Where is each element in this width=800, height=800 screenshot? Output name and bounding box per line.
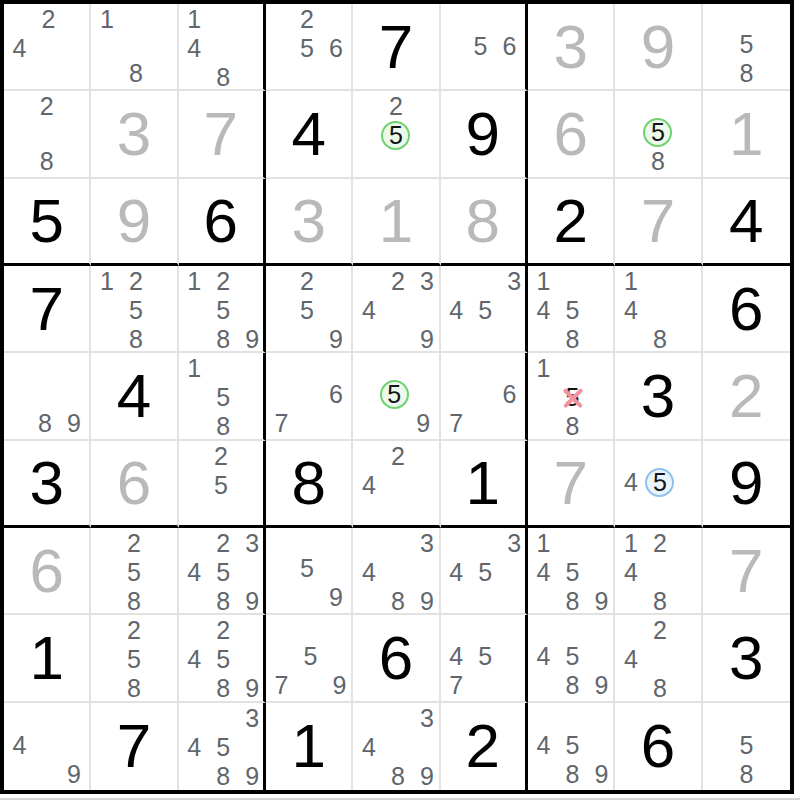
cell-r8c6[interactable]: 457: [441, 615, 528, 702]
candidate-8[interactable]: 8: [209, 63, 238, 92]
candidate-9[interactable]: 9: [238, 587, 267, 616]
candidate-slot-8: 8: [119, 674, 148, 703]
candidate-8[interactable]: 8: [643, 147, 672, 176]
candidate-slot-8: [34, 63, 63, 88]
candidate-slot-9: 9: [412, 325, 441, 354]
cell-r3c6[interactable]: 8: [441, 179, 528, 266]
cell-r7c5[interactable]: 3489: [353, 528, 440, 615]
candidate-1[interactable]: 1: [616, 267, 645, 296]
candidate-slot-2: 2: [206, 442, 235, 471]
candidate-1[interactable]: 1: [529, 529, 558, 558]
cell-r1c1[interactable]: 24: [4, 4, 91, 91]
candidate-grid: 12589: [180, 267, 262, 350]
solved-digit: 3: [117, 103, 151, 165]
candidate-5-green[interactable]: 5: [643, 118, 672, 147]
cell-r9c1[interactable]: 49: [4, 703, 91, 790]
cell-r2c3[interactable]: 7: [179, 91, 266, 178]
cell-r1c4[interactable]: 256: [266, 4, 353, 91]
candidate-slot-7: 7: [267, 409, 296, 438]
candidate-4[interactable]: 4: [180, 733, 209, 762]
candidate-slot-8: [292, 325, 321, 354]
candidate-slot-2: [292, 529, 321, 554]
candidate-slot-9: 9: [238, 762, 267, 791]
cell-r5c2[interactable]: 4: [91, 353, 178, 440]
candidate-8[interactable]: 8: [645, 325, 674, 354]
candidate-4[interactable]: 4: [616, 296, 645, 325]
candidate-slot-5: 5: [292, 554, 321, 583]
candidate-slot-5: 5: [292, 34, 321, 63]
cell-r5c8[interactable]: 3: [615, 353, 702, 440]
candidate-slot-2: [643, 92, 672, 117]
cell-r1c2[interactable]: 18: [91, 4, 178, 91]
cell-r7c4[interactable]: 59: [266, 528, 353, 615]
candidate-1[interactable]: 1: [92, 267, 121, 296]
candidate-4[interactable]: 4: [529, 296, 558, 325]
candidate-2[interactable]: 2: [119, 616, 148, 645]
candidate-5-blue[interactable]: 5: [645, 468, 674, 497]
candidate-5[interactable]: 5: [292, 34, 321, 63]
cell-r6c3[interactable]: 25: [179, 441, 266, 528]
candidate-2[interactable]: 2: [645, 529, 674, 558]
cell-r5c4[interactable]: 67: [266, 353, 353, 440]
candidate-5-green[interactable]: 5: [380, 380, 409, 409]
candidate-9[interactable]: 9: [587, 760, 616, 789]
cell-r4c2[interactable]: 1258: [91, 266, 178, 353]
candidate-slot-7: [354, 587, 383, 616]
candidate-6[interactable]: 6: [495, 32, 524, 61]
candidate-1[interactable]: 1: [92, 5, 121, 34]
cell-r3c9[interactable]: 4: [703, 179, 790, 266]
candidate-8[interactable]: 8: [383, 587, 412, 616]
candidate-1[interactable]: 1: [180, 267, 209, 296]
candidate-8[interactable]: 8: [209, 674, 238, 703]
cell-r8c4[interactable]: 579: [266, 615, 353, 702]
cell-r6c7[interactable]: 7: [528, 441, 615, 528]
candidate-5[interactable]: 5: [558, 558, 587, 587]
candidate-slot-3: [150, 267, 175, 296]
candidate-1[interactable]: 1: [529, 354, 558, 383]
candidate-slot-4: [180, 296, 209, 325]
candidate-slot-6: [674, 296, 699, 325]
cell-r6c4[interactable]: 8: [266, 441, 353, 528]
cell-r6c2[interactable]: 6: [91, 441, 178, 528]
candidate-5[interactable]: 5: [209, 733, 238, 762]
candidate-8[interactable]: 8: [121, 325, 150, 354]
given-digit: 3: [641, 365, 675, 427]
candidate-4[interactable]: 4: [354, 471, 383, 500]
candidate-8[interactable]: 8: [383, 762, 412, 791]
cell-r4c9[interactable]: 6: [703, 266, 790, 353]
candidate-slot-4: 4: [616, 558, 645, 587]
cell-r2c8[interactable]: 58: [615, 91, 702, 178]
candidate-1[interactable]: 1: [180, 354, 209, 383]
candidate-5[interactable]: 5: [206, 471, 235, 500]
candidate-grid: 3489: [354, 529, 437, 612]
candidate-slot-9: 9: [587, 671, 616, 700]
candidate-3[interactable]: 3: [412, 529, 441, 558]
candidate-slot-3: [587, 267, 612, 296]
candidate-2[interactable]: 2: [121, 267, 150, 296]
cell-r9c6[interactable]: 2: [441, 703, 528, 790]
candidate-2[interactable]: 2: [292, 267, 321, 296]
candidate-3[interactable]: 3: [238, 704, 267, 733]
candidate-5[interactable]: 5: [471, 558, 500, 587]
cell-r5c7[interactable]: 158: [528, 353, 615, 440]
candidate-4[interactable]: 4: [616, 645, 645, 674]
candidate-4[interactable]: 4: [354, 733, 383, 762]
candidate-9[interactable]: 9: [321, 583, 350, 612]
candidate-4[interactable]: 4: [5, 34, 34, 63]
cell-r6c6[interactable]: 1: [441, 441, 528, 528]
candidate-slot-7: [92, 587, 119, 616]
candidate-grid: 259: [267, 267, 350, 350]
candidate-9[interactable]: 9: [587, 587, 616, 616]
candidate-9[interactable]: 9: [409, 409, 438, 438]
candidate-9[interactable]: 9: [59, 409, 88, 438]
candidate-8[interactable]: 8: [209, 412, 238, 441]
candidate-slot-2: [558, 354, 587, 383]
candidate-8[interactable]: 8: [32, 147, 61, 176]
cell-r6c9[interactable]: 9: [703, 441, 790, 528]
candidate-slot-1: [442, 529, 471, 558]
candidate-5[interactable]: 5: [732, 731, 761, 760]
cell-r7c2[interactable]: 258: [91, 528, 178, 615]
candidate-9[interactable]: 9: [238, 674, 267, 703]
candidate-9[interactable]: 9: [412, 325, 441, 354]
candidate-slot-9: [672, 147, 699, 176]
candidate-slot-6: [500, 296, 529, 325]
candidate-2[interactable]: 2: [34, 5, 63, 34]
candidate-2[interactable]: 2: [381, 92, 410, 121]
solved-digit: 9: [117, 190, 151, 252]
candidate-9[interactable]: 9: [587, 671, 616, 700]
candidate-2[interactable]: 2: [383, 267, 412, 296]
candidate-8[interactable]: 8: [558, 671, 587, 700]
candidate-slot-9: 9: [587, 760, 616, 789]
cell-r8c5[interactable]: 6: [353, 615, 440, 702]
cell-r8c1[interactable]: 1: [4, 615, 91, 702]
cell-r2c4[interactable]: 4: [266, 91, 353, 178]
candidate-4[interactable]: 4: [529, 558, 558, 587]
candidate-4[interactable]: 4: [529, 642, 558, 671]
candidate-3[interactable]: 3: [500, 267, 529, 296]
cell-r4c3[interactable]: 12589: [179, 266, 266, 353]
candidate-slot-3: [321, 5, 350, 34]
candidate-slot-5: [296, 380, 321, 409]
cell-r4c5[interactable]: 2349: [353, 266, 440, 353]
cell-r1c5[interactable]: 7: [353, 4, 440, 91]
candidate-4[interactable]: 4: [442, 642, 471, 671]
candidate-3[interactable]: 3: [238, 529, 267, 558]
candidate-8[interactable]: 8: [209, 325, 238, 354]
candidate-4[interactable]: 4: [442, 296, 471, 325]
candidate-8[interactable]: 8: [209, 587, 238, 616]
cell-r1c3[interactable]: 148: [179, 4, 266, 91]
cell-r5c1[interactable]: 89: [4, 353, 91, 440]
cell-r7c3[interactable]: 234589: [179, 528, 266, 615]
candidate-grid: 45: [616, 442, 699, 524]
cell-r2c7[interactable]: 6: [528, 91, 615, 178]
cell-r2c5[interactable]: 25: [353, 91, 440, 178]
candidate-5[interactable]: 5: [209, 558, 238, 587]
candidate-5[interactable]: 5: [119, 558, 148, 587]
cell-r1c9[interactable]: 58: [703, 4, 790, 91]
cell-r8c8[interactable]: 248: [615, 615, 702, 702]
candidate-slot-4: 4: [180, 733, 209, 762]
candidate-slot-7: [442, 587, 471, 612]
candidate-slot-2: [121, 5, 150, 34]
candidate-2[interactable]: 2: [119, 529, 148, 558]
cell-r9c4[interactable]: 1: [266, 703, 353, 790]
candidate-3[interactable]: 3: [500, 529, 529, 558]
candidate-grid: 148: [616, 267, 699, 350]
candidate-9[interactable]: 9: [321, 325, 350, 354]
cell-r7c6[interactable]: 345: [441, 528, 528, 615]
candidate-4[interactable]: 4: [616, 468, 645, 497]
cell-r3c7[interactable]: 2: [528, 179, 615, 266]
candidate-5-green[interactable]: 5: [381, 121, 410, 150]
cell-r9c7[interactable]: 4589: [528, 703, 615, 790]
candidate-slot-3: [321, 529, 350, 554]
cell-r4c1[interactable]: 7: [4, 266, 91, 353]
candidate-5[interactable]: 5: [119, 645, 148, 674]
candidate-1[interactable]: 1: [529, 267, 558, 296]
cell-r9c3[interactable]: 34589: [179, 703, 266, 790]
cell-r4c4[interactable]: 259: [266, 266, 353, 353]
cell-r9c9[interactable]: 58: [703, 703, 790, 790]
cell-r8c9[interactable]: 3: [703, 615, 790, 702]
candidate-3[interactable]: 3: [412, 267, 441, 296]
candidate-2[interactable]: 2: [209, 616, 238, 645]
candidate-slot-1: [354, 354, 379, 379]
candidate-1[interactable]: 1: [616, 529, 645, 558]
candidate-5[interactable]: 5: [558, 642, 587, 671]
candidate-slot-2: [34, 704, 59, 731]
candidate-slot-2: 2: [32, 92, 61, 121]
solved-digit: 6: [117, 452, 151, 514]
candidate-2[interactable]: 2: [645, 616, 674, 645]
cell-r9c5[interactable]: 3489: [353, 703, 440, 790]
cell-r7c8[interactable]: 1248: [615, 528, 702, 615]
candidate-5[interactable]: 5: [466, 32, 495, 61]
candidate-5[interactable]: 5: [209, 645, 238, 674]
candidate-8[interactable]: 8: [30, 409, 59, 438]
given-digit: 3: [729, 627, 763, 689]
candidate-3[interactable]: 3: [412, 704, 441, 733]
candidate-5[interactable]: 5: [209, 383, 238, 412]
candidate-slot-2: 2: [121, 267, 150, 296]
candidate-slot-6: [410, 121, 437, 150]
candidate-7[interactable]: 7: [267, 671, 296, 700]
candidate-slot-2: [732, 5, 761, 30]
cell-r7c7[interactable]: 14589: [528, 528, 615, 615]
cell-r3c8[interactable]: 7: [615, 179, 702, 266]
cell-r1c6[interactable]: 56: [441, 4, 528, 91]
candidate-2[interactable]: 2: [209, 529, 238, 558]
candidate-slot-6: [674, 468, 699, 497]
candidate-8[interactable]: 8: [119, 587, 148, 616]
candidate-grid: 1248: [616, 529, 699, 612]
candidate-2[interactable]: 2: [292, 5, 321, 34]
candidate-8[interactable]: 8: [209, 762, 238, 791]
cell-r4c6[interactable]: 345: [441, 266, 528, 353]
candidate-slot-5: [30, 381, 59, 408]
candidate-5[interactable]: 5: [558, 731, 587, 760]
candidate-1[interactable]: 1: [180, 5, 209, 34]
candidate-slot-6: [500, 558, 529, 587]
cell-r2c1[interactable]: 28: [4, 91, 91, 178]
candidate-slot-2: [558, 529, 587, 558]
candidate-grid: 345: [442, 529, 524, 612]
candidate-9[interactable]: 9: [325, 671, 354, 700]
candidate-slot-7: [616, 587, 645, 616]
candidate-slot-1: [180, 616, 209, 645]
cell-r7c9[interactable]: 7: [703, 528, 790, 615]
cell-r1c7[interactable]: 3: [528, 4, 615, 91]
candidate-4[interactable]: 4: [529, 731, 558, 760]
candidate-8[interactable]: 8: [558, 760, 587, 789]
given-digit: 4: [729, 190, 763, 252]
candidate-slot-1: 1: [616, 529, 645, 558]
candidate-slot-3: 3: [500, 529, 529, 558]
cell-r9c2[interactable]: 7: [91, 703, 178, 790]
candidate-8[interactable]: 8: [558, 325, 587, 354]
cell-r3c2[interactable]: 9: [91, 179, 178, 266]
candidate-slot-9: [412, 500, 437, 524]
candidate-slot-5: [34, 731, 59, 760]
candidate-slot-8: 8: [558, 325, 587, 354]
candidate-slot-3: 3: [238, 529, 267, 558]
candidate-slot-3: [587, 354, 612, 383]
candidate-5[interactable]: 5: [121, 296, 150, 325]
candidate-slot-9: [495, 61, 524, 88]
cell-r2c6[interactable]: 9: [441, 91, 528, 178]
candidate-9[interactable]: 9: [412, 587, 441, 616]
candidate-4[interactable]: 4: [354, 296, 383, 325]
candidate-2[interactable]: 2: [383, 442, 412, 471]
candidate-slot-5: 5: [732, 30, 761, 59]
cell-r5c6[interactable]: 67: [441, 353, 528, 440]
candidate-4[interactable]: 4: [442, 558, 471, 587]
candidate-slot-7: [180, 325, 209, 354]
candidate-slot-5: 5: [292, 296, 321, 325]
candidate-5[interactable]: 5: [471, 296, 500, 325]
candidate-5[interactable]: 5: [558, 296, 587, 325]
candidate-slot-7: [529, 671, 558, 700]
candidate-2[interactable]: 2: [32, 92, 61, 121]
cell-r4c8[interactable]: 148: [615, 266, 702, 353]
candidate-slot-4: [267, 380, 296, 409]
candidate-4[interactable]: 4: [180, 645, 209, 674]
candidate-slot-7: [92, 325, 121, 354]
candidate-8[interactable]: 8: [558, 587, 587, 616]
cell-r4c7[interactable]: 1458: [528, 266, 615, 353]
candidate-5[interactable]: 5: [732, 30, 761, 59]
candidate-slot-8: [206, 500, 235, 524]
cell-r6c1[interactable]: 3: [4, 441, 91, 528]
candidate-9[interactable]: 9: [59, 760, 88, 789]
candidate-slot-1: [267, 5, 292, 34]
candidate-slot-9: 9: [412, 762, 441, 791]
cell-r9c8[interactable]: 6: [615, 703, 702, 790]
candidate-8[interactable]: 8: [558, 412, 587, 441]
candidate-slot-7: [616, 674, 645, 703]
candidate-5[interactable]: 5: [292, 296, 321, 325]
candidate-7[interactable]: 7: [442, 671, 471, 700]
candidate-5-redx[interactable]: 5: [558, 383, 587, 412]
candidate-6[interactable]: 6: [321, 380, 350, 409]
candidate-5[interactable]: 5: [296, 642, 325, 671]
cell-r6c8[interactable]: 45: [615, 441, 702, 528]
cell-r5c9[interactable]: 2: [703, 353, 790, 440]
candidate-slot-2: [383, 704, 412, 733]
cell-r5c3[interactable]: 158: [179, 353, 266, 440]
candidate-8[interactable]: 8: [119, 674, 148, 703]
cell-r2c9[interactable]: 1: [703, 91, 790, 178]
candidate-slot-5: 5: [381, 121, 410, 150]
cell-r3c5[interactable]: 1: [353, 179, 440, 266]
candidate-slot-2: [558, 616, 587, 641]
candidate-4[interactable]: 4: [180, 34, 209, 63]
candidate-slot-3: [587, 704, 616, 731]
candidate-7[interactable]: 7: [442, 409, 471, 438]
candidate-slot-5: 5: [558, 383, 587, 412]
candidate-slot-2: [209, 5, 238, 34]
candidate-6[interactable]: 6: [321, 34, 350, 63]
cell-r3c3[interactable]: 6: [179, 179, 266, 266]
candidate-slot-8: 8: [558, 587, 587, 616]
candidate-8[interactable]: 8: [121, 59, 150, 88]
candidate-2[interactable]: 2: [209, 267, 238, 296]
cell-r8c2[interactable]: 258: [91, 615, 178, 702]
candidate-9[interactable]: 9: [412, 762, 441, 791]
candidate-5[interactable]: 5: [292, 554, 321, 583]
cell-r3c4[interactable]: 3: [266, 179, 353, 266]
candidate-slot-4: 4: [529, 731, 558, 760]
cell-r7c1[interactable]: 6: [4, 528, 91, 615]
candidate-grid: 59: [354, 354, 437, 437]
cell-r5c5[interactable]: 59: [353, 353, 440, 440]
candidate-6[interactable]: 6: [495, 380, 524, 409]
candidate-slot-8: 8: [558, 671, 587, 700]
candidate-5[interactable]: 5: [209, 296, 238, 325]
cell-r3c1[interactable]: 5: [4, 179, 91, 266]
candidate-4[interactable]: 4: [5, 731, 34, 760]
cell-r6c5[interactable]: 24: [353, 441, 440, 528]
candidate-8[interactable]: 8: [732, 59, 761, 88]
candidate-slot-1: 1: [529, 354, 558, 383]
candidate-9[interactable]: 9: [238, 325, 267, 354]
cell-r2c2[interactable]: 3: [91, 91, 178, 178]
candidate-grid: 4589: [529, 616, 612, 699]
candidate-4[interactable]: 4: [616, 558, 645, 587]
candidate-7[interactable]: 7: [267, 409, 296, 438]
cell-r8c7[interactable]: 4589: [528, 615, 615, 702]
candidate-slot-3: [148, 616, 175, 645]
cell-r8c3[interactable]: 24589: [179, 615, 266, 702]
candidate-9[interactable]: 9: [238, 762, 267, 791]
given-digit: 7: [29, 278, 63, 340]
candidate-5[interactable]: 5: [471, 642, 500, 671]
candidate-8[interactable]: 8: [645, 674, 674, 703]
given-digit: 7: [117, 715, 151, 777]
candidate-8[interactable]: 8: [645, 587, 674, 616]
cell-r1c8[interactable]: 9: [615, 4, 702, 91]
candidate-8[interactable]: 8: [732, 760, 761, 789]
candidate-2[interactable]: 2: [206, 442, 235, 471]
candidate-4[interactable]: 4: [180, 558, 209, 587]
candidate-4[interactable]: 4: [354, 558, 383, 587]
